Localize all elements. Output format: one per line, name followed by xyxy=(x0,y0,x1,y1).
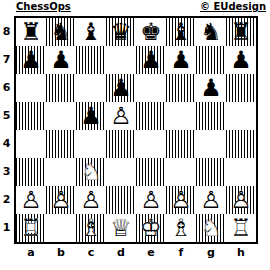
square-e3[interactable] xyxy=(136,158,166,186)
square-h8[interactable]: ♜ xyxy=(226,18,256,46)
piece-black-pawn[interactable]: ♟ xyxy=(136,46,166,74)
square-g4[interactable] xyxy=(196,130,226,158)
square-d7[interactable] xyxy=(106,46,136,74)
piece-black-bishop[interactable]: ♝ xyxy=(76,18,106,46)
white-piece-outline: ♗ xyxy=(76,214,106,242)
square-c3[interactable]: ♞♘ xyxy=(76,158,106,186)
square-a1[interactable]: ♜♖ xyxy=(16,214,46,242)
piece-black-pawn[interactable]: ♟ xyxy=(106,74,136,102)
white-piece-outline: ♙ xyxy=(226,186,256,214)
piece-white-rook[interactable]: ♜♖ xyxy=(16,214,46,242)
square-b1[interactable] xyxy=(46,214,76,242)
app-title-link[interactable]: ChessOps xyxy=(16,1,71,12)
black-piece-glyph: ♟ xyxy=(46,46,76,74)
square-h5[interactable] xyxy=(226,102,256,130)
piece-black-pawn[interactable]: ♟ xyxy=(166,46,196,74)
square-e7[interactable]: ♟ xyxy=(136,46,166,74)
square-d4[interactable] xyxy=(106,130,136,158)
square-f3[interactable] xyxy=(166,158,196,186)
piece-white-knight[interactable]: ♞♘ xyxy=(196,214,226,242)
white-piece-outline: ♕ xyxy=(106,214,136,242)
square-d8[interactable]: ♛ xyxy=(106,18,136,46)
piece-white-pawn[interactable]: ♟♙ xyxy=(76,186,106,214)
rank-label-6: 6 xyxy=(0,74,13,102)
square-g6[interactable]: ♟ xyxy=(196,74,226,102)
square-a8[interactable]: ♜ xyxy=(16,18,46,46)
square-a3[interactable] xyxy=(16,158,46,186)
piece-white-pawn[interactable]: ♟♙ xyxy=(136,186,166,214)
square-g3[interactable] xyxy=(196,158,226,186)
piece-black-bishop[interactable]: ♝ xyxy=(166,18,196,46)
square-g8[interactable]: ♞ xyxy=(196,18,226,46)
square-e4[interactable] xyxy=(136,130,166,158)
square-f7[interactable]: ♟ xyxy=(166,46,196,74)
black-piece-glyph: ♝ xyxy=(76,18,106,46)
square-b3[interactable] xyxy=(46,158,76,186)
piece-white-rook[interactable]: ♜♖ xyxy=(226,214,256,242)
piece-black-pawn[interactable]: ♟ xyxy=(196,74,226,102)
black-piece-glyph: ♟ xyxy=(166,46,196,74)
piece-black-pawn[interactable]: ♟ xyxy=(16,46,46,74)
black-piece-glyph: ♝ xyxy=(166,18,196,46)
square-e5[interactable] xyxy=(136,102,166,130)
rank-label-3: 3 xyxy=(0,158,13,186)
black-piece-glyph: ♟ xyxy=(136,46,166,74)
chess-board-frame: ♜♞♝♛♚♝♞♜♟♟♟♟♟♟♟♟♟♙♞♘♟♙♟♙♟♙♟♙♟♙♟♙♟♙♜♖♝♗♛♕… xyxy=(14,16,258,244)
square-h6[interactable] xyxy=(226,74,256,102)
piece-black-rook[interactable]: ♜ xyxy=(16,18,46,46)
square-g5[interactable] xyxy=(196,102,226,130)
white-piece-outline: ♙ xyxy=(106,102,136,130)
square-b7[interactable]: ♟ xyxy=(46,46,76,74)
file-label-h: h xyxy=(226,246,256,260)
piece-white-bishop[interactable]: ♝♗ xyxy=(166,214,196,242)
rank-label-4: 4 xyxy=(0,130,13,158)
file-label-d: d xyxy=(106,246,136,260)
square-f8[interactable]: ♝ xyxy=(166,18,196,46)
square-g2[interactable]: ♟♙ xyxy=(196,186,226,214)
piece-black-pawn[interactable]: ♟ xyxy=(46,46,76,74)
white-piece-outline: ♙ xyxy=(196,186,226,214)
square-d3[interactable] xyxy=(106,158,136,186)
square-d5[interactable]: ♟♙ xyxy=(106,102,136,130)
piece-black-knight[interactable]: ♞ xyxy=(46,18,76,46)
piece-white-pawn[interactable]: ♟♙ xyxy=(46,186,76,214)
square-c7[interactable] xyxy=(76,46,106,74)
white-piece-outline: ♖ xyxy=(226,214,256,242)
square-d1[interactable]: ♛♕ xyxy=(106,214,136,242)
square-g1[interactable]: ♞♘ xyxy=(196,214,226,242)
square-h3[interactable] xyxy=(226,158,256,186)
square-b2[interactable]: ♟♙ xyxy=(46,186,76,214)
square-f6[interactable] xyxy=(166,74,196,102)
file-label-f: f xyxy=(166,246,196,260)
file-label-c: c xyxy=(76,246,106,260)
white-piece-outline: ♗ xyxy=(166,214,196,242)
black-piece-glyph: ♞ xyxy=(196,18,226,46)
square-d6[interactable]: ♟ xyxy=(106,74,136,102)
black-piece-glyph: ♟ xyxy=(196,74,226,102)
square-b6[interactable] xyxy=(46,74,76,102)
piece-white-pawn[interactable]: ♟♙ xyxy=(196,186,226,214)
piece-black-knight[interactable]: ♞ xyxy=(196,18,226,46)
file-label-g: g xyxy=(196,246,226,260)
piece-white-knight[interactable]: ♞♘ xyxy=(76,158,106,186)
rank-label-7: 7 xyxy=(0,46,13,74)
square-h7[interactable]: ♟ xyxy=(226,46,256,74)
square-c8[interactable]: ♝ xyxy=(76,18,106,46)
white-piece-outline: ♙ xyxy=(76,186,106,214)
file-label-b: b xyxy=(46,246,76,260)
black-piece-glyph: ♜ xyxy=(16,18,46,46)
white-piece-outline: ♙ xyxy=(166,186,196,214)
credit-link[interactable]: © EUdesign xyxy=(200,1,266,12)
piece-white-pawn[interactable]: ♟♙ xyxy=(166,186,196,214)
square-e1[interactable]: ♚♔ xyxy=(136,214,166,242)
square-c6[interactable] xyxy=(76,74,106,102)
white-piece-outline: ♙ xyxy=(46,186,76,214)
black-piece-glyph: ♚ xyxy=(136,18,166,46)
square-h4[interactable] xyxy=(226,130,256,158)
square-c2[interactable]: ♟♙ xyxy=(76,186,106,214)
square-a5[interactable] xyxy=(16,102,46,130)
square-f5[interactable] xyxy=(166,102,196,130)
square-f1[interactable]: ♝♗ xyxy=(166,214,196,242)
piece-black-king[interactable]: ♚ xyxy=(136,18,166,46)
rank-label-8: 8 xyxy=(0,18,13,46)
square-f4[interactable] xyxy=(166,130,196,158)
square-e2[interactable]: ♟♙ xyxy=(136,186,166,214)
square-h1[interactable]: ♜♖ xyxy=(226,214,256,242)
black-piece-glyph: ♟ xyxy=(16,46,46,74)
square-e8[interactable]: ♚ xyxy=(136,18,166,46)
black-piece-glyph: ♞ xyxy=(46,18,76,46)
piece-black-pawn[interactable]: ♟ xyxy=(76,102,106,130)
piece-white-queen[interactable]: ♛♕ xyxy=(106,214,136,242)
rank-label-5: 5 xyxy=(0,102,13,130)
white-piece-outline: ♘ xyxy=(76,158,106,186)
piece-white-king[interactable]: ♚♔ xyxy=(136,214,166,242)
square-a4[interactable] xyxy=(16,130,46,158)
piece-black-pawn[interactable]: ♟ xyxy=(226,46,256,74)
square-d2[interactable] xyxy=(106,186,136,214)
black-piece-glyph: ♟ xyxy=(226,46,256,74)
white-piece-outline: ♔ xyxy=(136,214,166,242)
piece-white-bishop[interactable]: ♝♗ xyxy=(76,214,106,242)
square-e6[interactable] xyxy=(136,74,166,102)
piece-white-pawn[interactable]: ♟♙ xyxy=(106,102,136,130)
square-c1[interactable]: ♝♗ xyxy=(76,214,106,242)
square-a7[interactable]: ♟ xyxy=(16,46,46,74)
square-b4[interactable] xyxy=(46,130,76,158)
chess-board: ♜♞♝♛♚♝♞♜♟♟♟♟♟♟♟♟♟♙♞♘♟♙♟♙♟♙♟♙♟♙♟♙♟♙♜♖♝♗♛♕… xyxy=(16,18,256,242)
white-piece-outline: ♙ xyxy=(16,186,46,214)
piece-black-rook[interactable]: ♜ xyxy=(226,18,256,46)
white-piece-outline: ♘ xyxy=(196,214,226,242)
square-c4[interactable] xyxy=(76,130,106,158)
square-c5[interactable]: ♟ xyxy=(76,102,106,130)
black-piece-glyph: ♜ xyxy=(226,18,256,46)
piece-black-queen[interactable]: ♛ xyxy=(106,18,136,46)
black-piece-glyph: ♟ xyxy=(76,102,106,130)
black-piece-glyph: ♟ xyxy=(106,74,136,102)
piece-white-pawn[interactable]: ♟♙ xyxy=(226,186,256,214)
square-a2[interactable]: ♟♙ xyxy=(16,186,46,214)
white-piece-outline: ♖ xyxy=(16,214,46,242)
square-a6[interactable] xyxy=(16,74,46,102)
file-label-a: a xyxy=(16,246,46,260)
square-b8[interactable]: ♞ xyxy=(46,18,76,46)
square-b5[interactable] xyxy=(46,102,76,130)
piece-white-pawn[interactable]: ♟♙ xyxy=(16,186,46,214)
white-piece-outline: ♙ xyxy=(136,186,166,214)
rank-label-2: 2 xyxy=(0,186,13,214)
file-label-e: e xyxy=(136,246,166,260)
black-piece-glyph: ♛ xyxy=(106,18,136,46)
square-f2[interactable]: ♟♙ xyxy=(166,186,196,214)
square-h2[interactable]: ♟♙ xyxy=(226,186,256,214)
square-g7[interactable] xyxy=(196,46,226,74)
rank-label-1: 1 xyxy=(0,214,13,242)
